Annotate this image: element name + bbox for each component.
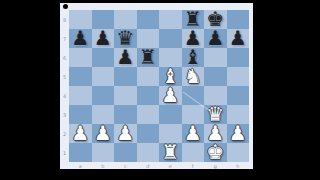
square-c4[interactable]	[114, 86, 137, 105]
square-b7[interactable]: ♟	[92, 29, 115, 48]
piece-white-pawn-h2[interactable]: ♟	[227, 124, 250, 143]
square-d2[interactable]	[137, 124, 160, 143]
square-e4[interactable]: ♟	[159, 86, 182, 105]
letterbox-stage: ♜♚♟♟♛♟♟♟♟♜♝♝♞♟♛♟♟♟♟♟♟♜♚ 87654321abcdefgh	[0, 0, 320, 180]
square-h2[interactable]: ♟	[227, 124, 250, 143]
rank-label-4: 4	[60, 93, 69, 99]
rank-label-3: 3	[60, 112, 69, 118]
piece-white-pawn-e4[interactable]: ♟	[159, 86, 182, 105]
square-d1[interactable]	[137, 143, 160, 162]
piece-white-king-g1[interactable]: ♚	[204, 143, 227, 162]
square-f2[interactable]: ♟	[182, 124, 205, 143]
chess-board: ♜♚♟♟♛♟♟♟♟♜♝♝♞♟♛♟♟♟♟♟♟♜♚	[69, 10, 249, 162]
file-label-c: c	[120, 163, 130, 169]
piece-black-pawn-g7[interactable]: ♟	[204, 29, 227, 48]
black-to-move-indicator	[63, 4, 68, 9]
file-label-f: f	[188, 163, 198, 169]
rank-label-5: 5	[60, 74, 69, 80]
square-g7[interactable]: ♟	[204, 29, 227, 48]
square-c5[interactable]	[114, 67, 137, 86]
square-c2[interactable]: ♟	[114, 124, 137, 143]
square-f1[interactable]	[182, 143, 205, 162]
piece-white-pawn-c2[interactable]: ♟	[114, 124, 137, 143]
square-b6[interactable]	[92, 48, 115, 67]
rank-label-2: 2	[60, 131, 69, 137]
square-h5[interactable]	[227, 67, 250, 86]
square-g5[interactable]	[204, 67, 227, 86]
piece-white-pawn-f2[interactable]: ♟	[182, 124, 205, 143]
piece-black-pawn-a7[interactable]: ♟	[69, 29, 92, 48]
piece-white-pawn-b2[interactable]: ♟	[92, 124, 115, 143]
square-d8[interactable]	[137, 10, 160, 29]
file-label-d: d	[143, 163, 153, 169]
square-b1[interactable]	[92, 143, 115, 162]
square-a1[interactable]	[69, 143, 92, 162]
square-c1[interactable]	[114, 143, 137, 162]
square-b4[interactable]	[92, 86, 115, 105]
square-c6[interactable]: ♟	[114, 48, 137, 67]
file-label-b: b	[98, 163, 108, 169]
piece-black-pawn-c6[interactable]: ♟	[114, 48, 137, 67]
square-d6[interactable]: ♜	[137, 48, 160, 67]
square-d3[interactable]	[137, 105, 160, 124]
file-label-g: g	[210, 163, 220, 169]
rank-label-6: 6	[60, 55, 69, 61]
piece-white-knight-f5[interactable]: ♞	[182, 67, 205, 86]
rank-label-8: 8	[60, 17, 69, 23]
square-e1[interactable]: ♜	[159, 143, 182, 162]
file-label-h: h	[233, 163, 243, 169]
piece-black-rook-d6[interactable]: ♜	[137, 48, 160, 67]
square-a6[interactable]	[69, 48, 92, 67]
square-e3[interactable]	[159, 105, 182, 124]
square-h1[interactable]	[227, 143, 250, 162]
file-label-e: e	[165, 163, 175, 169]
square-e8[interactable]	[159, 10, 182, 29]
piece-black-pawn-h7[interactable]: ♟	[227, 29, 250, 48]
square-h6[interactable]	[227, 48, 250, 67]
piece-white-rook-e1[interactable]: ♜	[159, 143, 182, 162]
file-label-a: a	[75, 163, 85, 169]
piece-black-pawn-b7[interactable]: ♟	[92, 29, 115, 48]
square-a5[interactable]	[69, 67, 92, 86]
square-a7[interactable]: ♟	[69, 29, 92, 48]
rank-label-1: 1	[60, 150, 69, 156]
square-g6[interactable]	[204, 48, 227, 67]
square-h7[interactable]: ♟	[227, 29, 250, 48]
chess-board-frame: ♜♚♟♟♛♟♟♟♟♜♝♝♞♟♛♟♟♟♟♟♟♜♚ 87654321abcdefgh	[60, 3, 253, 169]
square-f5[interactable]: ♞	[182, 67, 205, 86]
square-d5[interactable]	[137, 67, 160, 86]
square-f4[interactable]	[182, 86, 205, 105]
square-a2[interactable]: ♟	[69, 124, 92, 143]
square-h4[interactable]	[227, 86, 250, 105]
square-e7[interactable]	[159, 29, 182, 48]
square-g1[interactable]: ♚	[204, 143, 227, 162]
rank-label-7: 7	[60, 36, 69, 42]
square-d4[interactable]	[137, 86, 160, 105]
square-b2[interactable]: ♟	[92, 124, 115, 143]
square-b5[interactable]	[92, 67, 115, 86]
square-a4[interactable]	[69, 86, 92, 105]
piece-white-pawn-a2[interactable]: ♟	[69, 124, 92, 143]
